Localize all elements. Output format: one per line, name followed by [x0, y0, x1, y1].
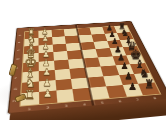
- file-label: G: [14, 87, 17, 90]
- square-h2: [39, 91, 57, 104]
- file-label: F: [15, 77, 17, 79]
- square-h8: [138, 83, 159, 96]
- folded-chess-board: 12345678ABCDEFGH: [8, 21, 166, 114]
- rank-label: 1: [27, 108, 30, 111]
- file-label: C: [17, 49, 19, 51]
- rank-label: 2: [46, 106, 49, 109]
- file-label: A: [19, 34, 21, 36]
- board-frame: 12345678ABCDEFGH: [8, 21, 166, 114]
- rank-label: 3: [64, 105, 67, 108]
- chess-photo-scene: 12345678ABCDEFGH ♜♞♝♛♚♝♞♜♟♟♟♟♟♟♟♟♟♟♟♟♟♟♟…: [0, 0, 166, 120]
- rank-label: 4: [82, 103, 85, 106]
- rank-label: 7: [135, 99, 138, 102]
- rank-label: 5: [100, 102, 103, 105]
- file-label: B: [18, 42, 20, 44]
- square-h3: [56, 89, 75, 102]
- file-label: D: [17, 58, 20, 60]
- rank-label: 6: [118, 100, 121, 103]
